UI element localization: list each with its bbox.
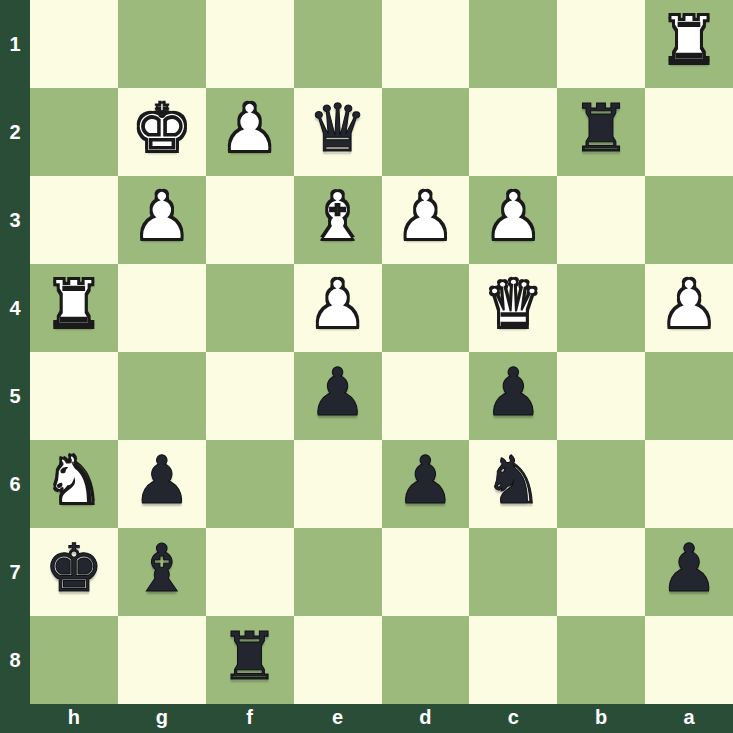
square-g1[interactable] [118, 0, 206, 88]
square-h4[interactable]: ♜ [30, 264, 118, 352]
file-label-c: c [469, 704, 557, 733]
file-label-e: e [294, 704, 382, 733]
file-label-d: d [382, 704, 470, 733]
square-a1[interactable]: ♜ [645, 0, 733, 88]
square-g5[interactable] [118, 352, 206, 440]
square-f6[interactable] [206, 440, 294, 528]
square-g7[interactable]: ♝ [118, 528, 206, 616]
square-d5[interactable] [382, 352, 470, 440]
square-h5[interactable] [30, 352, 118, 440]
square-b5[interactable] [557, 352, 645, 440]
square-f1[interactable] [206, 0, 294, 88]
square-a5[interactable] [645, 352, 733, 440]
white-pawn[interactable]: ♟ [484, 184, 543, 250]
square-g2[interactable]: ♚ [118, 88, 206, 176]
square-f8[interactable]: ♜ [206, 616, 294, 704]
square-h6[interactable]: ♞ [30, 440, 118, 528]
white-pawn[interactable]: ♟ [308, 272, 367, 338]
square-c8[interactable] [469, 616, 557, 704]
file-labels: hgfedcba [30, 704, 733, 733]
white-queen[interactable]: ♛ [484, 272, 543, 338]
black-rook[interactable]: ♜ [572, 96, 631, 162]
square-d6[interactable]: ♟ [382, 440, 470, 528]
square-a8[interactable] [645, 616, 733, 704]
square-g3[interactable]: ♟ [118, 176, 206, 264]
white-pawn[interactable]: ♟ [659, 272, 718, 338]
file-label-h: h [30, 704, 118, 733]
square-b7[interactable] [557, 528, 645, 616]
square-b4[interactable] [557, 264, 645, 352]
square-c1[interactable] [469, 0, 557, 88]
square-d7[interactable] [382, 528, 470, 616]
rank-labels: 12345678 [0, 0, 30, 704]
square-h8[interactable] [30, 616, 118, 704]
file-label-b: b [557, 704, 645, 733]
black-pawn[interactable]: ♟ [484, 360, 543, 426]
black-queen[interactable]: ♛ [308, 96, 367, 162]
square-f4[interactable] [206, 264, 294, 352]
white-knight[interactable]: ♞ [44, 448, 103, 514]
square-h1[interactable] [30, 0, 118, 88]
square-e8[interactable] [294, 616, 382, 704]
square-d4[interactable] [382, 264, 470, 352]
rank-label-2: 2 [0, 88, 30, 176]
square-h2[interactable] [30, 88, 118, 176]
square-b8[interactable] [557, 616, 645, 704]
square-a6[interactable] [645, 440, 733, 528]
black-pawn[interactable]: ♟ [308, 360, 367, 426]
board-grid: ♜♚♟♛♜♟♝♟♟♜♟♛♟♟♟♞♟♟♞♚♝♟♜ [30, 0, 733, 704]
rank-label-6: 6 [0, 440, 30, 528]
square-d3[interactable]: ♟ [382, 176, 470, 264]
square-a3[interactable] [645, 176, 733, 264]
square-c4[interactable]: ♛ [469, 264, 557, 352]
square-g4[interactable] [118, 264, 206, 352]
square-a7[interactable]: ♟ [645, 528, 733, 616]
square-e2[interactable]: ♛ [294, 88, 382, 176]
square-e3[interactable]: ♝ [294, 176, 382, 264]
square-f7[interactable] [206, 528, 294, 616]
chessboard: 12345678 ♜♚♟♛♜♟♝♟♟♜♟♛♟♟♟♞♟♟♞♚♝♟♜ hgfedcb… [0, 0, 733, 733]
square-f3[interactable] [206, 176, 294, 264]
file-label-f: f [206, 704, 294, 733]
square-e7[interactable] [294, 528, 382, 616]
rank-label-4: 4 [0, 264, 30, 352]
white-pawn[interactable]: ♟ [220, 96, 279, 162]
rank-label-1: 1 [0, 0, 30, 88]
square-a2[interactable] [645, 88, 733, 176]
square-b2[interactable]: ♜ [557, 88, 645, 176]
black-pawn[interactable]: ♟ [132, 448, 191, 514]
rank-label-8: 8 [0, 616, 30, 704]
square-c6[interactable]: ♞ [469, 440, 557, 528]
file-label-g: g [118, 704, 206, 733]
square-c7[interactable] [469, 528, 557, 616]
square-g6[interactable]: ♟ [118, 440, 206, 528]
square-a4[interactable]: ♟ [645, 264, 733, 352]
white-rook[interactable]: ♜ [44, 272, 103, 338]
square-c2[interactable] [469, 88, 557, 176]
square-g8[interactable] [118, 616, 206, 704]
square-c3[interactable]: ♟ [469, 176, 557, 264]
square-h7[interactable]: ♚ [30, 528, 118, 616]
black-king[interactable]: ♚ [44, 536, 103, 602]
square-e1[interactable] [294, 0, 382, 88]
black-knight[interactable]: ♞ [484, 448, 543, 514]
rank-label-7: 7 [0, 528, 30, 616]
square-d2[interactable] [382, 88, 470, 176]
white-king[interactable]: ♚ [132, 96, 191, 162]
square-b6[interactable] [557, 440, 645, 528]
square-e4[interactable]: ♟ [294, 264, 382, 352]
file-label-a: a [645, 704, 733, 733]
square-f5[interactable] [206, 352, 294, 440]
square-c5[interactable]: ♟ [469, 352, 557, 440]
white-pawn[interactable]: ♟ [132, 184, 191, 250]
square-f2[interactable]: ♟ [206, 88, 294, 176]
black-pawn[interactable]: ♟ [396, 448, 455, 514]
square-e6[interactable] [294, 440, 382, 528]
square-d8[interactable] [382, 616, 470, 704]
square-e5[interactable]: ♟ [294, 352, 382, 440]
black-rook[interactable]: ♜ [220, 624, 279, 690]
white-rook[interactable]: ♜ [659, 8, 718, 74]
white-pawn[interactable]: ♟ [396, 184, 455, 250]
white-bishop[interactable]: ♝ [308, 184, 367, 250]
black-bishop[interactable]: ♝ [132, 536, 191, 602]
rank-label-3: 3 [0, 176, 30, 264]
square-b3[interactable] [557, 176, 645, 264]
square-d1[interactable] [382, 0, 470, 88]
square-h3[interactable] [30, 176, 118, 264]
black-pawn[interactable]: ♟ [659, 536, 718, 602]
square-b1[interactable] [557, 0, 645, 88]
rank-label-5: 5 [0, 352, 30, 440]
